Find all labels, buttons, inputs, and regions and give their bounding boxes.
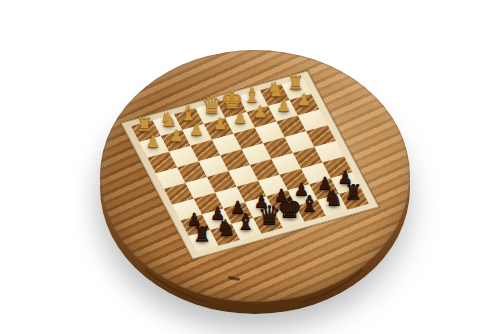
piece-light-pawn[interactable]: ♟: [146, 134, 160, 150]
piece-light-pawn[interactable]: ♟: [213, 116, 227, 132]
piece-dark-queen[interactable]: ♛: [258, 202, 281, 228]
piece-dark-knight[interactable]: ♞: [216, 217, 236, 239]
piece-light-pawn[interactable]: ♟: [169, 128, 183, 144]
piece-dark-knight[interactable]: ♞: [323, 187, 343, 209]
piece-light-pawn[interactable]: ♟: [189, 122, 203, 138]
piece-dark-bishop[interactable]: ♝: [236, 211, 256, 233]
piece-dark-rook[interactable]: ♜: [193, 224, 212, 245]
piece-light-pawn[interactable]: ♟: [253, 104, 267, 120]
piece-light-pawn[interactable]: ♟: [297, 92, 311, 108]
piece-dark-bishop[interactable]: ♝: [300, 193, 320, 215]
piece-dark-rook[interactable]: ♜: [344, 182, 363, 203]
chess-set-photo: ♜♞♝♟♚♟♛♟♝♟♞♟♜♟♟♟♟♟♟♜♟♞♟♝♟♚♟♛♟♝♞♜: [0, 0, 500, 334]
piece-light-pawn[interactable]: ♟: [277, 98, 291, 114]
piece-light-pawn[interactable]: ♟: [233, 110, 247, 126]
